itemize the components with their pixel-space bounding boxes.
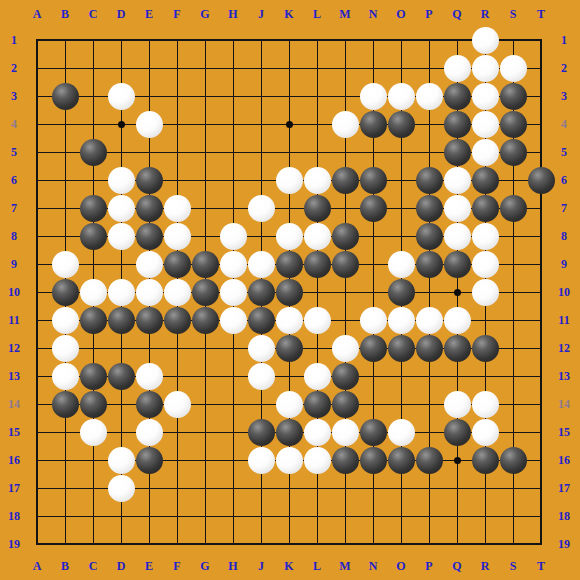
stone-white-M4[interactable] (332, 111, 359, 138)
intersection-C4[interactable] (79, 110, 107, 138)
intersection-B2[interactable] (51, 54, 79, 82)
stone-white-R14[interactable] (472, 391, 499, 418)
intersection-Q19[interactable] (443, 530, 471, 558)
stone-white-R2[interactable] (472, 55, 499, 82)
intersection-H3[interactable] (219, 82, 247, 110)
intersection-M18[interactable] (331, 502, 359, 530)
intersection-C17[interactable] (79, 474, 107, 502)
stone-white-O3[interactable] (388, 83, 415, 110)
stone-black-S5[interactable] (500, 139, 527, 166)
stone-white-J13[interactable] (248, 363, 275, 390)
intersection-G3[interactable] (191, 82, 219, 110)
intersection-R18[interactable] (471, 502, 499, 530)
intersection-K17[interactable] (275, 474, 303, 502)
intersection-P2[interactable] (415, 54, 443, 82)
intersection-P19[interactable] (415, 530, 443, 558)
intersection-O2[interactable] (387, 54, 415, 82)
stone-white-J12[interactable] (248, 335, 275, 362)
stone-white-R1[interactable] (472, 27, 499, 54)
intersection-O18[interactable] (387, 502, 415, 530)
stone-white-N11[interactable] (360, 307, 387, 334)
intersection-M11[interactable] (331, 306, 359, 334)
intersection-J1[interactable] (247, 26, 275, 54)
intersection-M17[interactable] (331, 474, 359, 502)
intersection-B19[interactable] (51, 530, 79, 558)
intersection-E18[interactable] (135, 502, 163, 530)
stone-white-C15[interactable] (80, 419, 107, 446)
stone-white-E15[interactable] (136, 419, 163, 446)
intersection-G2[interactable] (191, 54, 219, 82)
stone-black-D13[interactable] (108, 363, 135, 390)
intersection-Q16[interactable] (443, 446, 471, 474)
intersection-F3[interactable] (163, 82, 191, 110)
intersection-C1[interactable] (79, 26, 107, 54)
stone-white-E9[interactable] (136, 251, 163, 278)
intersection-S12[interactable] (499, 334, 527, 362)
stone-white-R10[interactable] (472, 279, 499, 306)
intersection-G5[interactable] (191, 138, 219, 166)
intersection-P1[interactable] (415, 26, 443, 54)
intersection-J3[interactable] (247, 82, 275, 110)
stone-white-K6[interactable] (276, 167, 303, 194)
intersection-O19[interactable] (387, 530, 415, 558)
stone-black-C5[interactable] (80, 139, 107, 166)
stone-black-B3[interactable] (52, 83, 79, 110)
intersection-M1[interactable] (331, 26, 359, 54)
intersection-L12[interactable] (303, 334, 331, 362)
intersection-G18[interactable] (191, 502, 219, 530)
intersection-H13[interactable] (219, 362, 247, 390)
intersection-S10[interactable] (499, 278, 527, 306)
intersection-L18[interactable] (303, 502, 331, 530)
stone-white-Q6[interactable] (444, 167, 471, 194)
intersection-L19[interactable] (303, 530, 331, 558)
stone-black-N16[interactable] (360, 447, 387, 474)
stone-black-N6[interactable] (360, 167, 387, 194)
stone-black-K10[interactable] (276, 279, 303, 306)
stone-white-B12[interactable] (52, 335, 79, 362)
stone-white-M12[interactable] (332, 335, 359, 362)
intersection-K7[interactable] (275, 194, 303, 222)
stone-white-F10[interactable] (164, 279, 191, 306)
stone-black-N15[interactable] (360, 419, 387, 446)
intersection-G8[interactable] (191, 222, 219, 250)
stone-white-Q7[interactable] (444, 195, 471, 222)
intersection-H14[interactable] (219, 390, 247, 418)
stone-white-H9[interactable] (220, 251, 247, 278)
intersection-C19[interactable] (79, 530, 107, 558)
stone-black-P9[interactable] (416, 251, 443, 278)
intersection-B16[interactable] (51, 446, 79, 474)
intersection-P10[interactable] (415, 278, 443, 306)
intersection-R11[interactable] (471, 306, 499, 334)
stone-black-L7[interactable] (304, 195, 331, 222)
intersection-J4[interactable] (247, 110, 275, 138)
stone-black-B10[interactable] (52, 279, 79, 306)
stone-white-O15[interactable] (388, 419, 415, 446)
intersection-N2[interactable] (359, 54, 387, 82)
intersection-D5[interactable] (107, 138, 135, 166)
stone-black-R12[interactable] (472, 335, 499, 362)
intersection-O6[interactable] (387, 166, 415, 194)
stone-black-P7[interactable] (416, 195, 443, 222)
stone-black-N7[interactable] (360, 195, 387, 222)
intersection-H12[interactable] (219, 334, 247, 362)
stone-white-K16[interactable] (276, 447, 303, 474)
intersection-F18[interactable] (163, 502, 191, 530)
stone-black-P16[interactable] (416, 447, 443, 474)
intersection-K18[interactable] (275, 502, 303, 530)
intersection-G16[interactable] (191, 446, 219, 474)
intersection-N19[interactable] (359, 530, 387, 558)
intersection-P17[interactable] (415, 474, 443, 502)
stone-black-O10[interactable] (388, 279, 415, 306)
intersection-M2[interactable] (331, 54, 359, 82)
intersection-B4[interactable] (51, 110, 79, 138)
intersection-J6[interactable] (247, 166, 275, 194)
intersection-M19[interactable] (331, 530, 359, 558)
intersection-C6[interactable] (79, 166, 107, 194)
stone-black-N12[interactable] (360, 335, 387, 362)
stone-white-P11[interactable] (416, 307, 443, 334)
intersection-O5[interactable] (387, 138, 415, 166)
intersection-D4[interactable] (107, 110, 135, 138)
intersection-O17[interactable] (387, 474, 415, 502)
stone-white-L16[interactable] (304, 447, 331, 474)
intersection-C3[interactable] (79, 82, 107, 110)
stone-white-L15[interactable] (304, 419, 331, 446)
intersection-C18[interactable] (79, 502, 107, 530)
intersection-D9[interactable] (107, 250, 135, 278)
stone-black-M13[interactable] (332, 363, 359, 390)
stone-black-G9[interactable] (192, 251, 219, 278)
stone-white-D16[interactable] (108, 447, 135, 474)
stone-white-K8[interactable] (276, 223, 303, 250)
intersection-M7[interactable] (331, 194, 359, 222)
stone-black-E14[interactable] (136, 391, 163, 418)
intersection-L5[interactable] (303, 138, 331, 166)
intersection-J2[interactable] (247, 54, 275, 82)
intersection-S18[interactable] (499, 502, 527, 530)
intersection-J8[interactable] (247, 222, 275, 250)
stone-black-R7[interactable] (472, 195, 499, 222)
stone-black-S7[interactable] (500, 195, 527, 222)
intersection-E2[interactable] (135, 54, 163, 82)
intersection-B7[interactable] (51, 194, 79, 222)
intersection-P13[interactable] (415, 362, 443, 390)
intersection-P4[interactable] (415, 110, 443, 138)
intersection-K3[interactable] (275, 82, 303, 110)
intersection-L3[interactable] (303, 82, 331, 110)
intersection-D14[interactable] (107, 390, 135, 418)
intersection-D15[interactable] (107, 418, 135, 446)
intersection-J14[interactable] (247, 390, 275, 418)
intersection-H4[interactable] (219, 110, 247, 138)
stone-white-D17[interactable] (108, 475, 135, 502)
intersection-S11[interactable] (499, 306, 527, 334)
intersection-H2[interactable] (219, 54, 247, 82)
intersection-H7[interactable] (219, 194, 247, 222)
stone-black-P12[interactable] (416, 335, 443, 362)
intersection-F2[interactable] (163, 54, 191, 82)
intersection-K5[interactable] (275, 138, 303, 166)
stone-black-C7[interactable] (80, 195, 107, 222)
intersection-Q13[interactable] (443, 362, 471, 390)
stone-black-L9[interactable] (304, 251, 331, 278)
stone-black-G11[interactable] (192, 307, 219, 334)
stone-white-L11[interactable] (304, 307, 331, 334)
stone-white-H8[interactable] (220, 223, 247, 250)
intersection-G15[interactable] (191, 418, 219, 446)
stone-black-E7[interactable] (136, 195, 163, 222)
intersection-B15[interactable] (51, 418, 79, 446)
stone-white-B13[interactable] (52, 363, 79, 390)
intersection-M10[interactable] (331, 278, 359, 306)
intersection-B8[interactable] (51, 222, 79, 250)
intersection-L10[interactable] (303, 278, 331, 306)
stone-black-C14[interactable] (80, 391, 107, 418)
intersection-S19[interactable] (499, 530, 527, 558)
stone-black-O12[interactable] (388, 335, 415, 362)
intersection-L17[interactable] (303, 474, 331, 502)
stone-black-R16[interactable] (472, 447, 499, 474)
stone-black-S16[interactable] (500, 447, 527, 474)
intersection-D19[interactable] (107, 530, 135, 558)
stone-white-D8[interactable] (108, 223, 135, 250)
intersection-D12[interactable] (107, 334, 135, 362)
stone-white-Q11[interactable] (444, 307, 471, 334)
intersection-K13[interactable] (275, 362, 303, 390)
stone-white-S2[interactable] (500, 55, 527, 82)
intersection-N10[interactable] (359, 278, 387, 306)
intersection-N8[interactable] (359, 222, 387, 250)
intersection-O8[interactable] (387, 222, 415, 250)
stone-black-R6[interactable] (472, 167, 499, 194)
stone-white-R9[interactable] (472, 251, 499, 278)
intersection-H17[interactable] (219, 474, 247, 502)
stone-white-B11[interactable] (52, 307, 79, 334)
stone-black-K15[interactable] (276, 419, 303, 446)
intersection-H18[interactable] (219, 502, 247, 530)
intersection-C12[interactable] (79, 334, 107, 362)
intersection-G13[interactable] (191, 362, 219, 390)
intersection-P18[interactable] (415, 502, 443, 530)
intersection-N18[interactable] (359, 502, 387, 530)
intersection-G19[interactable] (191, 530, 219, 558)
stone-white-K14[interactable] (276, 391, 303, 418)
stone-black-E8[interactable] (136, 223, 163, 250)
stone-white-J9[interactable] (248, 251, 275, 278)
stone-black-E6[interactable] (136, 167, 163, 194)
intersection-H5[interactable] (219, 138, 247, 166)
intersection-K1[interactable] (275, 26, 303, 54)
intersection-E17[interactable] (135, 474, 163, 502)
stone-white-Q2[interactable] (444, 55, 471, 82)
stone-black-M14[interactable] (332, 391, 359, 418)
stone-black-K12[interactable] (276, 335, 303, 362)
stone-white-Q8[interactable] (444, 223, 471, 250)
intersection-F5[interactable] (163, 138, 191, 166)
intersection-G14[interactable] (191, 390, 219, 418)
intersection-G7[interactable] (191, 194, 219, 222)
stone-white-F8[interactable] (164, 223, 191, 250)
stone-white-N3[interactable] (360, 83, 387, 110)
intersection-N5[interactable] (359, 138, 387, 166)
intersection-O13[interactable] (387, 362, 415, 390)
intersection-Q10[interactable] (443, 278, 471, 306)
intersection-F12[interactable] (163, 334, 191, 362)
intersection-Q18[interactable] (443, 502, 471, 530)
intersection-K19[interactable] (275, 530, 303, 558)
intersection-H15[interactable] (219, 418, 247, 446)
intersection-N17[interactable] (359, 474, 387, 502)
intersection-L4[interactable] (303, 110, 331, 138)
stone-black-F11[interactable] (164, 307, 191, 334)
stone-black-E16[interactable] (136, 447, 163, 474)
stone-white-O11[interactable] (388, 307, 415, 334)
stone-black-C8[interactable] (80, 223, 107, 250)
intersection-S8[interactable] (499, 222, 527, 250)
intersection-E1[interactable] (135, 26, 163, 54)
stone-black-E11[interactable] (136, 307, 163, 334)
stone-black-O16[interactable] (388, 447, 415, 474)
intersection-F15[interactable] (163, 418, 191, 446)
stone-white-L8[interactable] (304, 223, 331, 250)
intersection-P15[interactable] (415, 418, 443, 446)
intersection-Q1[interactable] (443, 26, 471, 54)
intersection-O14[interactable] (387, 390, 415, 418)
stone-white-D3[interactable] (108, 83, 135, 110)
intersection-G17[interactable] (191, 474, 219, 502)
intersection-S15[interactable] (499, 418, 527, 446)
intersection-F6[interactable] (163, 166, 191, 194)
stone-black-M9[interactable] (332, 251, 359, 278)
stone-white-F7[interactable] (164, 195, 191, 222)
stone-black-M8[interactable] (332, 223, 359, 250)
stone-white-Q14[interactable] (444, 391, 471, 418)
stone-black-S4[interactable] (500, 111, 527, 138)
stone-black-K9[interactable] (276, 251, 303, 278)
stone-white-H11[interactable] (220, 307, 247, 334)
intersection-G1[interactable] (191, 26, 219, 54)
stone-white-C10[interactable] (80, 279, 107, 306)
intersection-S1[interactable] (499, 26, 527, 54)
intersection-C9[interactable] (79, 250, 107, 278)
stone-black-J10[interactable] (248, 279, 275, 306)
intersection-H6[interactable] (219, 166, 247, 194)
stone-black-Q3[interactable] (444, 83, 471, 110)
intersection-R17[interactable] (471, 474, 499, 502)
stone-black-C11[interactable] (80, 307, 107, 334)
stone-black-S3[interactable] (500, 83, 527, 110)
intersection-D2[interactable] (107, 54, 135, 82)
intersection-E5[interactable] (135, 138, 163, 166)
intersection-F13[interactable] (163, 362, 191, 390)
stone-black-Q5[interactable] (444, 139, 471, 166)
intersection-N1[interactable] (359, 26, 387, 54)
intersection-K2[interactable] (275, 54, 303, 82)
stone-white-O9[interactable] (388, 251, 415, 278)
intersection-F1[interactable] (163, 26, 191, 54)
stone-black-J15[interactable] (248, 419, 275, 446)
intersection-N9[interactable] (359, 250, 387, 278)
intersection-E19[interactable] (135, 530, 163, 558)
stone-black-Q9[interactable] (444, 251, 471, 278)
intersection-D1[interactable] (107, 26, 135, 54)
stone-white-E4[interactable] (136, 111, 163, 138)
intersection-L2[interactable] (303, 54, 331, 82)
intersection-N14[interactable] (359, 390, 387, 418)
stone-white-J16[interactable] (248, 447, 275, 474)
intersection-M3[interactable] (331, 82, 359, 110)
intersection-F4[interactable] (163, 110, 191, 138)
intersection-R19[interactable] (471, 530, 499, 558)
intersection-P5[interactable] (415, 138, 443, 166)
stone-white-R4[interactable] (472, 111, 499, 138)
intersection-G6[interactable] (191, 166, 219, 194)
intersection-B5[interactable] (51, 138, 79, 166)
intersection-J5[interactable] (247, 138, 275, 166)
intersection-H16[interactable] (219, 446, 247, 474)
intersection-C2[interactable] (79, 54, 107, 82)
stone-black-C13[interactable] (80, 363, 107, 390)
intersection-H19[interactable] (219, 530, 247, 558)
intersection-J19[interactable] (247, 530, 275, 558)
intersection-F17[interactable] (163, 474, 191, 502)
stone-white-E13[interactable] (136, 363, 163, 390)
stone-black-M16[interactable] (332, 447, 359, 474)
intersection-R13[interactable] (471, 362, 499, 390)
stone-black-O4[interactable] (388, 111, 415, 138)
intersection-B1[interactable] (51, 26, 79, 54)
stone-black-P6[interactable] (416, 167, 443, 194)
intersection-O7[interactable] (387, 194, 415, 222)
stone-white-H10[interactable] (220, 279, 247, 306)
stone-white-R8[interactable] (472, 223, 499, 250)
stone-black-D11[interactable] (108, 307, 135, 334)
stone-white-R3[interactable] (472, 83, 499, 110)
intersection-S14[interactable] (499, 390, 527, 418)
intersection-S6[interactable] (499, 166, 527, 194)
stone-black-N4[interactable] (360, 111, 387, 138)
stone-white-D7[interactable] (108, 195, 135, 222)
stone-white-L6[interactable] (304, 167, 331, 194)
intersection-E12[interactable] (135, 334, 163, 362)
intersection-D18[interactable] (107, 502, 135, 530)
intersection-L1[interactable] (303, 26, 331, 54)
stone-white-B9[interactable] (52, 251, 79, 278)
stone-white-D6[interactable] (108, 167, 135, 194)
intersection-B6[interactable] (51, 166, 79, 194)
stone-black-P8[interactable] (416, 223, 443, 250)
stone-black-F9[interactable] (164, 251, 191, 278)
stone-black-J11[interactable] (248, 307, 275, 334)
intersection-O1[interactable] (387, 26, 415, 54)
stone-white-R15[interactable] (472, 419, 499, 446)
intersection-F16[interactable] (163, 446, 191, 474)
stone-black-L14[interactable] (304, 391, 331, 418)
stone-white-K11[interactable] (276, 307, 303, 334)
intersection-N13[interactable] (359, 362, 387, 390)
stone-white-L13[interactable] (304, 363, 331, 390)
stone-black-Q4[interactable] (444, 111, 471, 138)
intersection-E3[interactable] (135, 82, 163, 110)
stone-black-Q15[interactable] (444, 419, 471, 446)
stone-white-D10[interactable] (108, 279, 135, 306)
intersection-G4[interactable] (191, 110, 219, 138)
intersection-K4[interactable] (275, 110, 303, 138)
intersection-C16[interactable] (79, 446, 107, 474)
